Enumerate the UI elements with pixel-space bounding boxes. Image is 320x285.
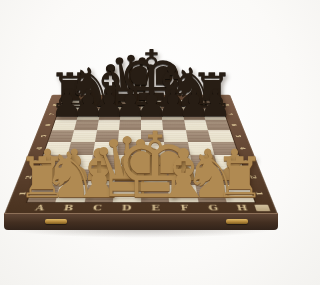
square-d5 bbox=[118, 130, 141, 142]
square-g7 bbox=[182, 109, 205, 119]
rank-label-right-7: 7 bbox=[220, 111, 243, 117]
chess-board: ABCDEFGH1122334455667788 bbox=[4, 95, 278, 215]
folding-box-front bbox=[4, 213, 278, 230]
square-f7 bbox=[161, 109, 183, 119]
square-b4 bbox=[68, 142, 95, 155]
square-c4 bbox=[92, 142, 117, 155]
square-e7 bbox=[141, 109, 162, 119]
square-e6 bbox=[141, 119, 163, 130]
square-d4 bbox=[117, 142, 141, 155]
square-g6 bbox=[184, 119, 208, 130]
rank-label-right-4: 4 bbox=[231, 144, 258, 152]
rank-label-left-8: 8 bbox=[43, 102, 65, 108]
square-d7 bbox=[120, 109, 141, 119]
square-b7 bbox=[77, 109, 100, 119]
square-f1 bbox=[168, 185, 198, 202]
rank-label-right-1: 1 bbox=[245, 188, 277, 199]
square-c7 bbox=[98, 109, 120, 119]
square-b6 bbox=[74, 119, 98, 130]
square-c6 bbox=[97, 119, 120, 130]
square-b3 bbox=[64, 155, 92, 169]
square-d3 bbox=[115, 155, 141, 169]
square-g8 bbox=[180, 100, 202, 109]
rank-label-right-8: 8 bbox=[217, 102, 239, 108]
rank-label-left-6: 6 bbox=[35, 121, 59, 128]
square-f8 bbox=[161, 100, 182, 109]
square-f4 bbox=[164, 142, 189, 155]
brass-clasp-left bbox=[45, 219, 67, 224]
square-e4 bbox=[141, 142, 165, 155]
square-e5 bbox=[141, 130, 164, 142]
square-b2 bbox=[60, 169, 90, 185]
square-f3 bbox=[165, 155, 192, 169]
square-c3 bbox=[90, 155, 117, 169]
square-g5 bbox=[185, 130, 210, 142]
square-c1 bbox=[84, 185, 114, 202]
square-f6 bbox=[162, 119, 185, 130]
rank-label-right-2: 2 bbox=[240, 172, 270, 182]
square-g4 bbox=[188, 142, 215, 155]
square-e1 bbox=[141, 185, 169, 202]
square-g2 bbox=[192, 169, 222, 185]
rank-label-left-1: 1 bbox=[5, 188, 37, 199]
square-f2 bbox=[167, 169, 195, 185]
rank-label-left-7: 7 bbox=[39, 111, 62, 117]
square-c5 bbox=[95, 130, 119, 142]
square-d1 bbox=[113, 185, 141, 202]
rank-label-left-2: 2 bbox=[12, 172, 42, 182]
square-e3 bbox=[141, 155, 167, 169]
rank-label-right-6: 6 bbox=[223, 121, 247, 128]
square-e8 bbox=[141, 100, 161, 109]
rank-label-right-5: 5 bbox=[227, 132, 253, 140]
brass-clasp-right bbox=[226, 219, 248, 224]
square-c8 bbox=[100, 100, 121, 109]
square-d2 bbox=[114, 169, 141, 185]
rank-label-left-4: 4 bbox=[25, 144, 52, 152]
square-g3 bbox=[190, 155, 218, 169]
rank-label-left-5: 5 bbox=[30, 132, 56, 140]
square-f5 bbox=[163, 130, 187, 142]
square-e2 bbox=[141, 169, 168, 185]
square-d6 bbox=[119, 119, 141, 130]
rank-label-right-3: 3 bbox=[235, 157, 263, 166]
square-d8 bbox=[121, 100, 141, 109]
square-c2 bbox=[87, 169, 115, 185]
rank-label-left-3: 3 bbox=[19, 157, 47, 166]
square-b1 bbox=[56, 185, 87, 202]
square-b5 bbox=[71, 130, 96, 142]
square-b8 bbox=[80, 100, 102, 109]
